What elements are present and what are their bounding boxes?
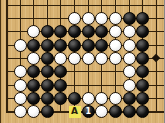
white-stone[interactable] [95, 92, 108, 105]
black-stone[interactable] [123, 12, 136, 25]
black-stone[interactable] [95, 25, 108, 38]
black-stone[interactable] [54, 92, 67, 105]
black-stone[interactable] [136, 92, 149, 105]
black-stone[interactable] [136, 65, 149, 78]
black-stone[interactable] [136, 52, 149, 65]
black-stone[interactable] [136, 12, 149, 25]
black-stone[interactable] [136, 25, 149, 38]
white-stone[interactable] [68, 12, 81, 25]
black-stone[interactable] [54, 25, 67, 38]
white-stone[interactable] [14, 105, 27, 118]
black-stone[interactable] [68, 25, 81, 38]
black-stone[interactable] [41, 79, 54, 92]
white-stone[interactable] [54, 52, 67, 65]
black-stone[interactable] [123, 92, 136, 105]
black-stone[interactable] [54, 79, 67, 92]
black-stone[interactable] [41, 39, 54, 52]
white-stone[interactable] [109, 12, 122, 25]
white-stone[interactable] [82, 12, 95, 25]
black-stone[interactable] [136, 105, 149, 118]
hoshi-diamond-icon [152, 54, 160, 62]
black-stone[interactable] [27, 92, 40, 105]
go-board[interactable]: A1 [0, 0, 164, 123]
white-stone[interactable] [123, 52, 136, 65]
black-stone[interactable] [27, 65, 40, 78]
black-stone[interactable] [41, 92, 54, 105]
black-stone[interactable] [136, 79, 149, 92]
black-stone[interactable] [27, 39, 40, 52]
black-stone[interactable] [54, 65, 67, 78]
white-stone[interactable] [14, 65, 27, 78]
white-stone[interactable] [27, 105, 40, 118]
white-stone[interactable] [14, 92, 27, 105]
white-stone[interactable] [14, 39, 27, 52]
white-stone[interactable] [109, 52, 122, 65]
black-stone[interactable] [82, 25, 95, 38]
black-stone[interactable] [136, 39, 149, 52]
white-stone[interactable] [95, 105, 108, 118]
white-stone[interactable] [123, 39, 136, 52]
black-stone[interactable] [68, 92, 81, 105]
black-stone[interactable] [95, 39, 108, 52]
grid-line-horizontal [6, 5, 165, 6]
white-stone[interactable] [27, 52, 40, 65]
white-stone[interactable] [95, 12, 108, 25]
black-stone[interactable] [123, 105, 136, 118]
move-1-stone[interactable]: 1 [82, 105, 95, 118]
white-stone[interactable] [123, 65, 136, 78]
black-stone[interactable] [54, 39, 67, 52]
black-stone[interactable] [41, 105, 54, 118]
white-stone[interactable] [123, 79, 136, 92]
black-stone[interactable] [41, 52, 54, 65]
black-stone[interactable] [68, 39, 81, 52]
black-stone[interactable] [109, 105, 122, 118]
white-stone[interactable] [27, 25, 40, 38]
white-stone[interactable] [109, 25, 122, 38]
black-stone[interactable] [41, 65, 54, 78]
white-stone[interactable] [68, 52, 81, 65]
black-stone[interactable] [41, 25, 54, 38]
black-stone[interactable] [82, 39, 95, 52]
black-stone[interactable] [27, 79, 40, 92]
white-stone[interactable] [109, 92, 122, 105]
white-stone[interactable] [123, 25, 136, 38]
move-number-label: 1 [85, 107, 91, 115]
white-stone[interactable] [82, 92, 95, 105]
white-stone[interactable] [109, 39, 122, 52]
white-stone[interactable] [82, 52, 95, 65]
white-stone[interactable] [14, 79, 27, 92]
point-label-a[interactable]: A [69, 106, 81, 118]
white-stone[interactable] [95, 52, 108, 65]
